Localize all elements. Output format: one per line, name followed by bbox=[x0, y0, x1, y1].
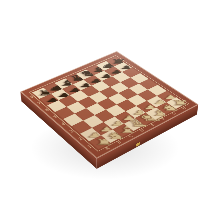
square-b4 bbox=[75, 108, 95, 120]
square-f2: ♟ bbox=[136, 101, 156, 113]
white-pawn-e2: ♟ bbox=[129, 109, 151, 115]
square-b3 bbox=[83, 115, 103, 128]
white-pawn-b2: ♟ bbox=[96, 126, 118, 132]
square-c2: ♟ bbox=[103, 117, 123, 130]
square-b5 bbox=[67, 102, 87, 114]
white-pawn-h2: ♟ bbox=[160, 94, 181, 100]
square-c4 bbox=[86, 103, 106, 115]
square-d3 bbox=[106, 105, 126, 117]
square-d4 bbox=[97, 98, 116, 110]
square-b2: ♟ bbox=[92, 122, 113, 135]
white-pawn-f2: ♟ bbox=[140, 104, 162, 110]
white-pawn-c2: ♟ bbox=[107, 120, 129, 126]
square-e3 bbox=[117, 99, 137, 111]
square-e2: ♟ bbox=[126, 106, 146, 118]
scene: ♜♞♝♛♚♝♞♜♟♟♟♟♟♟♟♟♟♟♟♟♟♟♟♟♜♞♝♛♚♝♞♜ 8765432… bbox=[0, 0, 200, 200]
black-pawn-a7: ♟ bbox=[43, 97, 64, 103]
white-pawn-d2: ♟ bbox=[118, 115, 140, 121]
square-d2: ♟ bbox=[115, 111, 135, 123]
white-pawn-a2: ♟ bbox=[84, 132, 107, 139]
square-c3 bbox=[95, 110, 115, 122]
square-c5 bbox=[78, 97, 97, 109]
white-pawn-g2: ♟ bbox=[150, 99, 172, 105]
